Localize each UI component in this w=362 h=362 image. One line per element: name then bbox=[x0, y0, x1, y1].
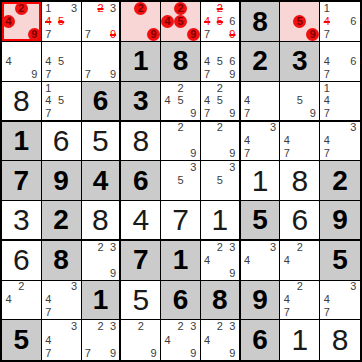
cell-r5c5[interactable]: 35 bbox=[161, 161, 201, 201]
cell-r3c2[interactable]: 1457 bbox=[42, 82, 82, 122]
empty-slot bbox=[82, 320, 95, 333]
candidate-grid: 35 bbox=[201, 161, 239, 200]
cell-r2c7[interactable]: 2 bbox=[241, 42, 281, 82]
empty-slot bbox=[333, 94, 346, 107]
given-digit: 1 bbox=[93, 286, 109, 314]
cell-r4c4[interactable]: 8 bbox=[121, 122, 161, 162]
given-digit: 9 bbox=[53, 167, 69, 195]
empty-slot bbox=[187, 15, 200, 28]
empty-slot bbox=[174, 334, 187, 347]
candidate-7: 7 bbox=[241, 147, 254, 160]
empty-slot bbox=[201, 82, 214, 95]
empty-slot bbox=[2, 281, 15, 294]
candidate-grid: 59 bbox=[280, 2, 319, 41]
candidate-9: 9 bbox=[187, 147, 200, 160]
empty-slot bbox=[187, 174, 200, 187]
empty-slot bbox=[201, 174, 214, 187]
empty-slot bbox=[68, 293, 81, 306]
empty-slot bbox=[82, 334, 95, 347]
solved-digit: 1 bbox=[211, 205, 228, 235]
empty-slot bbox=[280, 281, 293, 294]
empty-slot bbox=[267, 147, 280, 160]
cell-r3c5[interactable]: 2459 bbox=[161, 82, 201, 122]
empty-slot bbox=[293, 122, 306, 135]
candidate-9: 9 bbox=[226, 347, 239, 360]
cell-r9c8[interactable]: 1 bbox=[280, 320, 320, 360]
empty-slot bbox=[94, 254, 107, 267]
empty-slot bbox=[226, 187, 239, 200]
candidate-2: 2 bbox=[134, 2, 147, 15]
cell-r2c6[interactable]: 45679 bbox=[201, 42, 241, 82]
cell-r7c2[interactable]: 8 bbox=[42, 241, 82, 281]
empty-slot bbox=[82, 42, 95, 55]
cell-r4c7[interactable]: 347 bbox=[241, 122, 281, 162]
cell-r6c2[interactable]: 2 bbox=[42, 201, 82, 241]
candidate-3: 3 bbox=[267, 241, 280, 254]
empty-slot bbox=[213, 42, 226, 55]
candidate-grid: 147 bbox=[320, 82, 360, 120]
candidate-grid: 2459 bbox=[161, 2, 200, 41]
cell-r8c7[interactable]: 9 bbox=[241, 281, 281, 321]
cell-r4c8[interactable]: 47 bbox=[280, 122, 320, 162]
cell-r8c4[interactable]: 5 bbox=[121, 281, 161, 321]
empty-slot bbox=[68, 347, 81, 360]
empty-slot bbox=[201, 134, 214, 147]
empty-slot bbox=[213, 28, 226, 41]
candidate-7: 7 bbox=[82, 68, 95, 81]
cell-r8c8[interactable]: 247 bbox=[280, 281, 320, 321]
candidate-7: 7 bbox=[42, 68, 55, 81]
cell-r7c6[interactable]: 2349 bbox=[201, 241, 241, 281]
cell-r7c3[interactable]: 239 bbox=[82, 241, 122, 281]
empty-slot bbox=[68, 334, 81, 347]
empty-slot bbox=[254, 241, 267, 254]
candidate-grid: 24 bbox=[2, 281, 41, 320]
cell-r4c5[interactable]: 29 bbox=[161, 122, 201, 162]
candidate-7: 7 bbox=[280, 147, 293, 160]
cell-r9c6[interactable]: 2349 bbox=[201, 320, 241, 360]
empty-slot bbox=[82, 15, 95, 28]
candidate-grid: 239 bbox=[82, 241, 120, 280]
candidate-9: 9 bbox=[147, 28, 160, 41]
cell-r6c9[interactable]: 9 bbox=[320, 201, 360, 241]
red-circle-highlight: 4 bbox=[2, 15, 15, 28]
empty-slot bbox=[347, 82, 360, 95]
empty-slot bbox=[333, 293, 346, 306]
empty-slot bbox=[28, 306, 41, 319]
red-circle-highlight: 2 bbox=[174, 2, 187, 15]
empty-slot bbox=[333, 2, 346, 15]
candidate-4: 4 bbox=[280, 254, 293, 267]
solved-digit: 8 bbox=[13, 86, 30, 116]
cell-r7c7[interactable]: 34 bbox=[241, 241, 281, 281]
empty-slot bbox=[55, 82, 68, 95]
candidate-9: 9 bbox=[107, 347, 120, 360]
empty-slot bbox=[306, 267, 319, 280]
candidate-3: 3 bbox=[226, 241, 239, 254]
empty-slot bbox=[213, 267, 226, 280]
cell-r1c4[interactable]: 29 bbox=[121, 2, 161, 42]
empty-slot bbox=[347, 2, 360, 15]
given-digit: 8 bbox=[53, 246, 69, 274]
candidate-2: 2 bbox=[94, 2, 107, 15]
empty-slot bbox=[121, 320, 134, 333]
given-digit: 3 bbox=[133, 87, 149, 115]
empty-slot bbox=[254, 134, 267, 147]
empty-slot bbox=[280, 28, 293, 41]
given-digit: 2 bbox=[332, 167, 348, 195]
empty-slot bbox=[306, 82, 319, 95]
candidate-2: 2 bbox=[213, 122, 226, 135]
candidate-7: 7 bbox=[320, 147, 333, 160]
candidate-3: 3 bbox=[347, 281, 360, 294]
red-circle-highlight: 9 bbox=[28, 28, 41, 41]
empty-slot bbox=[174, 187, 187, 200]
empty-slot bbox=[161, 82, 174, 95]
solved-digit: 6 bbox=[291, 205, 308, 235]
given-digit: 7 bbox=[14, 167, 30, 195]
empty-slot bbox=[333, 28, 346, 41]
empty-slot bbox=[201, 241, 214, 254]
empty-slot bbox=[147, 2, 160, 15]
empty-slot bbox=[55, 28, 68, 41]
empty-slot bbox=[201, 161, 214, 174]
empty-slot bbox=[55, 293, 68, 306]
empty-slot bbox=[55, 281, 68, 294]
candidate-3: 3 bbox=[107, 2, 120, 15]
cell-r1c8[interactable]: 59 bbox=[280, 2, 320, 42]
candidate-4: 4 bbox=[320, 134, 333, 147]
cell-r9c2[interactable]: 347 bbox=[42, 320, 82, 360]
candidate-4: 4 bbox=[201, 254, 214, 267]
candidate-grid: 249 bbox=[2, 2, 41, 41]
cell-r6c3[interactable]: 8 bbox=[82, 201, 122, 241]
candidate-7: 7 bbox=[320, 107, 333, 120]
cell-r2c2[interactable]: 457 bbox=[42, 42, 82, 82]
cell-r5c6[interactable]: 35 bbox=[201, 161, 241, 201]
candidate-9: 9 bbox=[226, 267, 239, 280]
empty-slot bbox=[187, 187, 200, 200]
empty-slot bbox=[333, 122, 346, 135]
empty-slot bbox=[28, 2, 41, 15]
given-digit: 1 bbox=[133, 47, 149, 75]
cell-r3c4[interactable]: 3 bbox=[121, 82, 161, 122]
candidate-6: 6 bbox=[347, 55, 360, 68]
cell-r4c9[interactable]: 347 bbox=[320, 122, 360, 162]
given-digit: 6 bbox=[133, 167, 149, 195]
cell-r3c9[interactable]: 147 bbox=[320, 82, 360, 122]
empty-slot bbox=[68, 55, 81, 68]
cell-r8c2[interactable]: 347 bbox=[42, 281, 82, 321]
candidate-7: 7 bbox=[42, 28, 55, 41]
given-digit: 8 bbox=[212, 286, 228, 314]
candidate-7: 7 bbox=[82, 28, 95, 41]
empty-slot bbox=[333, 42, 346, 55]
empty-slot bbox=[306, 2, 319, 15]
empty-slot bbox=[280, 94, 293, 107]
cell-r5c4[interactable]: 6 bbox=[121, 161, 161, 201]
candidate-grid: 29 bbox=[161, 122, 200, 161]
cell-r1c9[interactable]: 1467 bbox=[320, 2, 360, 42]
candidate-7: 7 bbox=[320, 28, 333, 41]
cell-r6c5[interactable]: 7 bbox=[161, 201, 201, 241]
empty-slot bbox=[161, 187, 174, 200]
cell-r1c3[interactable]: 2379 bbox=[82, 2, 122, 42]
cell-r3c3[interactable]: 6 bbox=[82, 82, 122, 122]
empty-slot bbox=[347, 42, 360, 55]
candidate-9: 9 bbox=[226, 28, 239, 41]
empty-slot bbox=[161, 320, 174, 333]
empty-slot bbox=[174, 107, 187, 120]
empty-slot bbox=[201, 320, 214, 333]
candidate-2: 2 bbox=[213, 241, 226, 254]
candidate-5: 5 bbox=[293, 15, 306, 28]
empty-slot bbox=[187, 134, 200, 147]
cell-r6c1[interactable]: 3 bbox=[2, 201, 42, 241]
cell-r2c1[interactable]: 49 bbox=[2, 42, 42, 82]
empty-slot bbox=[213, 161, 226, 174]
cell-r8c1[interactable]: 24 bbox=[2, 281, 42, 321]
empty-slot bbox=[241, 82, 254, 95]
given-digit: 1 bbox=[173, 246, 189, 274]
empty-slot bbox=[55, 68, 68, 81]
candidate-grid: 247 bbox=[280, 281, 319, 320]
cell-r1c1[interactable]: 249 bbox=[2, 2, 42, 42]
empty-slot bbox=[254, 94, 267, 107]
empty-slot bbox=[280, 15, 293, 28]
cell-r5c1[interactable]: 7 bbox=[2, 161, 42, 201]
candidate-1: 1 bbox=[320, 82, 333, 95]
cell-r9c1[interactable]: 5 bbox=[2, 320, 42, 360]
empty-slot bbox=[201, 2, 214, 15]
candidate-4: 4 bbox=[320, 293, 333, 306]
empty-slot bbox=[293, 147, 306, 160]
cell-r8c5[interactable]: 6 bbox=[161, 281, 201, 321]
candidate-grid: 24579 bbox=[201, 82, 239, 120]
cell-r7c5[interactable]: 1 bbox=[161, 241, 201, 281]
empty-slot bbox=[226, 82, 239, 95]
given-digit: 2 bbox=[252, 47, 268, 75]
cell-r8c3[interactable]: 1 bbox=[82, 281, 122, 321]
candidate-7: 7 bbox=[42, 306, 55, 319]
empty-slot bbox=[55, 320, 68, 333]
cell-r2c4[interactable]: 1 bbox=[121, 42, 161, 82]
empty-slot bbox=[306, 15, 319, 28]
empty-slot bbox=[280, 2, 293, 15]
candidate-grid: 2459 bbox=[161, 82, 200, 120]
empty-slot bbox=[15, 306, 28, 319]
cell-r2c9[interactable]: 467 bbox=[320, 42, 360, 82]
candidate-7: 7 bbox=[280, 306, 293, 319]
cell-r9c4[interactable]: 29 bbox=[121, 320, 161, 360]
candidate-5: 5 bbox=[213, 15, 226, 28]
cell-r1c5[interactable]: 2459 bbox=[161, 2, 201, 42]
empty-slot bbox=[174, 161, 187, 174]
candidate-5: 5 bbox=[174, 174, 187, 187]
empty-slot bbox=[333, 107, 346, 120]
empty-slot bbox=[121, 28, 134, 41]
cell-r8c6[interactable]: 8 bbox=[201, 281, 241, 321]
cell-r6c6[interactable]: 1 bbox=[201, 201, 241, 241]
solved-digit: 5 bbox=[132, 285, 149, 315]
candidate-3: 3 bbox=[347, 122, 360, 135]
candidate-grid: 2379 bbox=[82, 2, 120, 41]
empty-slot bbox=[306, 147, 319, 160]
cell-r1c2[interactable]: 13457 bbox=[42, 2, 82, 42]
candidate-5: 5 bbox=[55, 15, 68, 28]
empty-slot bbox=[241, 122, 254, 135]
candidate-grid: 245679 bbox=[201, 2, 239, 41]
cell-r8c9[interactable]: 347 bbox=[320, 281, 360, 321]
empty-slot bbox=[226, 254, 239, 267]
cell-r6c7[interactable]: 5 bbox=[241, 201, 281, 241]
empty-slot bbox=[94, 334, 107, 347]
cell-r2c5[interactable]: 8 bbox=[161, 42, 201, 82]
empty-slot bbox=[306, 134, 319, 147]
empty-slot bbox=[226, 122, 239, 135]
empty-slot bbox=[333, 68, 346, 81]
empty-slot bbox=[161, 147, 174, 160]
candidate-grid: 29 bbox=[121, 320, 160, 360]
red-circle-highlight: 9 bbox=[147, 28, 160, 41]
empty-slot bbox=[280, 267, 293, 280]
empty-slot bbox=[201, 122, 214, 135]
cell-r7c8[interactable]: 24 bbox=[280, 241, 320, 281]
empty-slot bbox=[306, 241, 319, 254]
empty-slot bbox=[226, 42, 239, 55]
candidate-grid: 1457 bbox=[42, 82, 81, 120]
candidate-grid: 347 bbox=[320, 281, 360, 320]
candidate-3: 3 bbox=[267, 122, 280, 135]
empty-slot bbox=[82, 254, 95, 267]
empty-slot bbox=[187, 2, 200, 15]
given-digit: 6 bbox=[93, 87, 109, 115]
cell-r3c1[interactable]: 8 bbox=[2, 82, 42, 122]
empty-slot bbox=[15, 28, 28, 41]
empty-slot bbox=[15, 293, 28, 306]
candidate-4: 4 bbox=[241, 134, 254, 147]
empty-slot bbox=[293, 254, 306, 267]
cell-r5c2[interactable]: 9 bbox=[42, 161, 82, 201]
given-digit: 3 bbox=[292, 47, 308, 75]
cell-r1c6[interactable]: 245679 bbox=[201, 2, 241, 42]
empty-slot bbox=[55, 107, 68, 120]
cell-r4c6[interactable]: 29 bbox=[201, 122, 241, 162]
empty-slot bbox=[121, 2, 134, 15]
empty-slot bbox=[267, 107, 280, 120]
candidate-grid: 59 bbox=[280, 82, 319, 120]
cell-r6c4[interactable]: 4 bbox=[121, 201, 161, 241]
cell-r4c3[interactable]: 5 bbox=[82, 122, 122, 162]
cell-r5c3[interactable]: 4 bbox=[82, 161, 122, 201]
candidate-9: 9 bbox=[187, 28, 200, 41]
cell-r3c7[interactable]: 47 bbox=[241, 82, 281, 122]
cell-r7c1[interactable]: 6 bbox=[2, 241, 42, 281]
cell-r9c3[interactable]: 2379 bbox=[82, 320, 122, 360]
empty-slot bbox=[107, 334, 120, 347]
empty-slot bbox=[42, 281, 55, 294]
empty-slot bbox=[55, 347, 68, 360]
candidate-3: 3 bbox=[68, 2, 81, 15]
empty-slot bbox=[333, 82, 346, 95]
cell-r6c8[interactable]: 6 bbox=[280, 201, 320, 241]
empty-slot bbox=[201, 42, 214, 55]
empty-slot bbox=[2, 2, 15, 15]
cell-r3c6[interactable]: 24579 bbox=[201, 82, 241, 122]
empty-slot bbox=[174, 134, 187, 147]
candidate-grid: 347 bbox=[42, 320, 81, 360]
empty-slot bbox=[213, 107, 226, 120]
given-digit: 9 bbox=[252, 286, 268, 314]
empty-slot bbox=[226, 174, 239, 187]
empty-slot bbox=[280, 82, 293, 95]
empty-slot bbox=[161, 134, 174, 147]
cell-r7c9[interactable]: 5 bbox=[320, 241, 360, 281]
candidate-4: 4 bbox=[201, 15, 214, 28]
empty-slot bbox=[107, 15, 120, 28]
candidate-2: 2 bbox=[134, 320, 147, 333]
candidate-3: 3 bbox=[187, 320, 200, 333]
candidate-2: 2 bbox=[94, 320, 107, 333]
candidate-grid: 47 bbox=[280, 122, 319, 161]
candidate-grid: 2349 bbox=[161, 320, 200, 360]
cell-r4c1[interactable]: 1 bbox=[2, 122, 42, 162]
candidate-grid: 467 bbox=[320, 42, 360, 81]
cell-r5c8[interactable]: 8 bbox=[280, 161, 320, 201]
empty-slot bbox=[15, 42, 28, 55]
cell-r1c7[interactable]: 8 bbox=[241, 2, 281, 42]
candidate-grid: 13457 bbox=[42, 2, 81, 41]
candidate-9: 9 bbox=[147, 347, 160, 360]
given-digit: 8 bbox=[252, 8, 268, 36]
empty-slot bbox=[134, 28, 147, 41]
candidate-4: 4 bbox=[42, 55, 55, 68]
candidate-5: 5 bbox=[213, 94, 226, 107]
candidate-7: 7 bbox=[82, 347, 95, 360]
empty-slot bbox=[213, 187, 226, 200]
cell-r9c5[interactable]: 2349 bbox=[161, 320, 201, 360]
candidate-5: 5 bbox=[293, 94, 306, 107]
candidate-1: 1 bbox=[42, 82, 55, 95]
candidate-9: 9 bbox=[306, 107, 319, 120]
cell-r9c9[interactable]: 8 bbox=[320, 320, 360, 360]
empty-slot bbox=[306, 122, 319, 135]
candidate-grid: 45679 bbox=[201, 42, 239, 81]
empty-slot bbox=[280, 107, 293, 120]
cell-r4c2[interactable]: 6 bbox=[42, 122, 82, 162]
cell-r2c3[interactable]: 79 bbox=[82, 42, 122, 82]
given-digit: 7 bbox=[133, 246, 149, 274]
empty-slot bbox=[121, 15, 134, 28]
cell-r9c7[interactable]: 6 bbox=[241, 320, 281, 360]
red-circle-highlight: 2 bbox=[134, 2, 147, 15]
cell-r2c8[interactable]: 3 bbox=[280, 42, 320, 82]
cell-r3c8[interactable]: 59 bbox=[280, 82, 320, 122]
empty-slot bbox=[94, 42, 107, 55]
candidate-7: 7 bbox=[320, 306, 333, 319]
empty-slot bbox=[226, 334, 239, 347]
cell-r5c7[interactable]: 1 bbox=[241, 161, 281, 201]
empty-slot bbox=[254, 254, 267, 267]
cell-r5c9[interactable]: 2 bbox=[320, 161, 360, 201]
candidate-9: 9 bbox=[226, 68, 239, 81]
cell-r7c4[interactable]: 7 bbox=[121, 241, 161, 281]
empty-slot bbox=[28, 281, 41, 294]
empty-slot bbox=[267, 94, 280, 107]
red-circle-highlight: 2 bbox=[15, 2, 28, 15]
empty-slot bbox=[347, 306, 360, 319]
red-circle-highlight: 9 bbox=[187, 28, 200, 41]
